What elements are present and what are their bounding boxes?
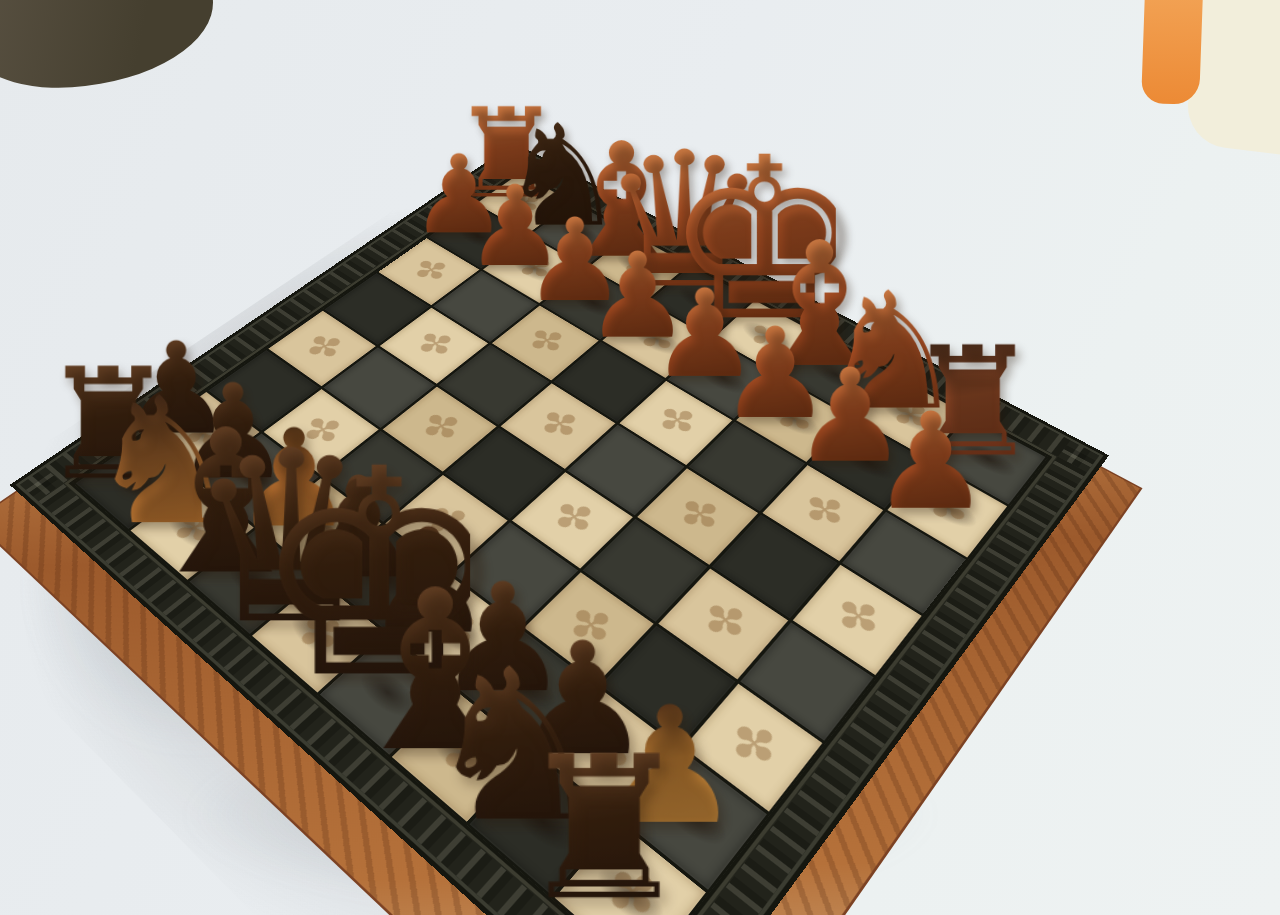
board-stage: ♜♞♝♛♚♝♞♜♟♟♟♟♟♟♟♟♟♟♟♟♟♟♟♟♜♞♝♛♚♝♞♜ <box>175 80 955 860</box>
chess-board-3d: ♜♞♝♛♚♝♞♜♟♟♟♟♟♟♟♟♟♟♟♟♟♟♟♟♜♞♝♛♚♝♞♜ <box>10 143 1109 915</box>
orange-stripe-background-object <box>1141 0 1203 105</box>
piece-white-pawn-h2[interactable]: ♟ <box>833 395 1028 528</box>
scene: ♜♞♝♛♚♝♞♜♟♟♟♟♟♟♟♟♟♟♟♟♟♟♟♟♜♞♝♛♚♝♞♜ <box>0 0 1280 915</box>
square-f4[interactable] <box>637 468 758 564</box>
piece-black-rook-h8[interactable]: ♜ <box>480 729 727 915</box>
square-h8[interactable]: ♜ <box>554 822 706 915</box>
